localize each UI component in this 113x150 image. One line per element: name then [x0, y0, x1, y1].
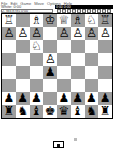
black-knight-b8: ♞ — [86, 105, 97, 118]
square-d7[interactable]: ♟ — [57, 92, 71, 105]
square-g4[interactable] — [16, 53, 30, 66]
decorative-dot-icon — [74, 138, 77, 141]
square-a2[interactable]: ♙ — [98, 27, 112, 40]
square-h6[interactable] — [2, 79, 16, 92]
square-f3[interactable]: ♘ — [30, 40, 44, 53]
square-c2[interactable]: ♙ — [71, 27, 85, 40]
square-f4[interactable] — [30, 53, 44, 66]
square-f1[interactable]: ♗ — [30, 14, 44, 27]
white-bishop-f1: ♗ — [31, 14, 42, 27]
square-g1[interactable] — [16, 14, 30, 27]
square-h7[interactable]: ♟ — [2, 92, 16, 105]
square-e7[interactable] — [43, 92, 57, 105]
black-bishop-f8: ♝ — [31, 105, 42, 118]
white-pawn-a2: ♙ — [100, 27, 111, 40]
square-b1[interactable]: ♘ — [85, 14, 99, 27]
square-c4[interactable] — [71, 53, 85, 66]
white-pawn-d2: ♙ — [58, 27, 69, 40]
square-c6[interactable] — [71, 79, 85, 92]
square-a6[interactable] — [98, 79, 112, 92]
square-a1[interactable]: ♖ — [98, 14, 112, 27]
square-a7[interactable]: ♟ — [98, 92, 112, 105]
square-c7[interactable]: ♟ — [71, 92, 85, 105]
square-b7[interactable]: ♟ — [85, 92, 99, 105]
square-d8[interactable]: ♛ — [57, 105, 71, 118]
square-c5[interactable] — [71, 66, 85, 79]
square-f7[interactable]: ♟ — [30, 92, 44, 105]
square-f8[interactable]: ♝ — [30, 105, 44, 118]
square-b8[interactable]: ♞ — [85, 105, 99, 118]
square-f5[interactable] — [30, 66, 44, 79]
white-pawn-g2: ♙ — [17, 27, 28, 40]
square-c8[interactable]: ♝ — [71, 105, 85, 118]
square-a5[interactable] — [98, 66, 112, 79]
black-pawn-b7: ♟ — [86, 92, 97, 105]
square-c3[interactable] — [71, 40, 85, 53]
black-queen-d8: ♛ — [58, 105, 69, 118]
square-g6[interactable] — [16, 79, 30, 92]
black-pawn-c7: ♟ — [72, 92, 83, 105]
square-e8[interactable]: ♚ — [43, 105, 57, 118]
square-d2[interactable]: ♙ — [57, 27, 71, 40]
square-d5[interactable] — [57, 66, 71, 79]
white-bishop-c1: ♗ — [72, 14, 83, 27]
square-f2[interactable]: ♙ — [30, 27, 44, 40]
square-g8[interactable]: ♞ — [16, 105, 30, 118]
square-h5[interactable] — [2, 66, 16, 79]
square-b4[interactable] — [85, 53, 99, 66]
square-d1[interactable]: ♕ — [57, 14, 71, 27]
white-pawn-f2: ♙ — [31, 27, 42, 40]
black-rook-h8: ♜ — [3, 105, 14, 118]
chess-board: ♖♗♔♕♗♘♖♙♙♙♙♙♙♙♘♙♟♟♟♟♟♟♟♟♜♞♝♚♛♝♞♜ — [1, 13, 113, 119]
square-b2[interactable]: ♙ — [85, 27, 99, 40]
white-rook-a1: ♖ — [100, 14, 111, 27]
square-e6[interactable] — [43, 79, 57, 92]
white-knight-b1: ♘ — [86, 14, 97, 27]
black-pawn-h7: ♟ — [3, 92, 14, 105]
square-e4[interactable]: ♙ — [43, 53, 57, 66]
square-a4[interactable] — [98, 53, 112, 66]
square-h1[interactable]: ♖ — [2, 14, 16, 27]
square-h8[interactable]: ♜ — [2, 105, 16, 118]
square-e1[interactable]: ♔ — [43, 14, 57, 27]
white-king-e1: ♔ — [45, 14, 56, 27]
bottom-window-icon-glyph — [57, 144, 60, 147]
black-king-e8: ♚ — [45, 105, 56, 118]
black-knight-g8: ♞ — [17, 105, 28, 118]
square-b5[interactable] — [85, 66, 99, 79]
black-rook-a8: ♜ — [100, 105, 111, 118]
square-h2[interactable]: ♙ — [2, 27, 16, 40]
black-bishop-c8: ♝ — [72, 105, 83, 118]
square-h3[interactable] — [2, 40, 16, 53]
square-e3[interactable] — [43, 40, 57, 53]
square-g2[interactable]: ♙ — [16, 27, 30, 40]
square-d3[interactable] — [57, 40, 71, 53]
black-pawn-d7: ♟ — [58, 92, 69, 105]
black-pawn-f7: ♟ — [31, 92, 42, 105]
square-a3[interactable] — [98, 40, 112, 53]
white-pawn-h2: ♙ — [3, 27, 14, 40]
bottom-window-icon[interactable] — [53, 141, 64, 148]
square-b3[interactable] — [85, 40, 99, 53]
square-e5[interactable]: ♟ — [43, 66, 57, 79]
square-g3[interactable] — [16, 40, 30, 53]
square-e2[interactable] — [43, 27, 57, 40]
square-a8[interactable]: ♜ — [98, 105, 112, 118]
white-rook-h1: ♖ — [3, 14, 14, 27]
square-h4[interactable] — [2, 53, 16, 66]
white-pawn-e4: ♙ — [45, 53, 56, 66]
square-c1[interactable]: ♗ — [71, 14, 85, 27]
white-knight-f3: ♘ — [31, 40, 42, 53]
white-pawn-c2: ♙ — [72, 27, 83, 40]
square-d6[interactable] — [57, 79, 71, 92]
square-f6[interactable] — [30, 79, 44, 92]
black-pawn-g7: ♟ — [17, 92, 28, 105]
square-b6[interactable] — [85, 79, 99, 92]
white-queen-d1: ♕ — [58, 14, 69, 27]
square-d4[interactable] — [57, 53, 71, 66]
white-pawn-b2: ♙ — [86, 27, 97, 40]
square-g7[interactable]: ♟ — [16, 92, 30, 105]
square-g5[interactable] — [16, 66, 30, 79]
black-pawn-e5: ♟ — [45, 66, 56, 79]
black-pawn-a7: ♟ — [100, 92, 111, 105]
